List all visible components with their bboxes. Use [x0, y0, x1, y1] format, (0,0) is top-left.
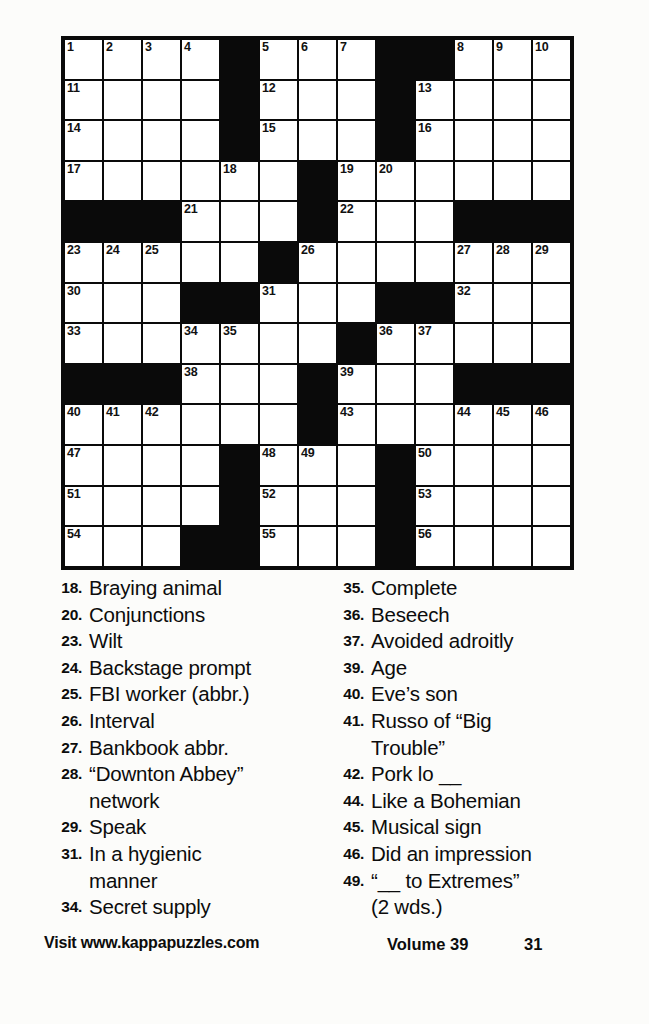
grid-cell[interactable]: 20: [376, 161, 415, 202]
clue-text: Conjunctions: [89, 602, 326, 629]
cell-number: 20: [379, 162, 392, 176]
cell-number: 21: [184, 202, 197, 216]
grid-cell[interactable]: [337, 283, 376, 324]
grid-cell[interactable]: [337, 526, 376, 567]
cell-number: 25: [145, 243, 158, 257]
grid-cell[interactable]: [298, 486, 337, 527]
grid-cell[interactable]: 35: [220, 323, 259, 364]
clue-text: FBI worker (abbr.): [89, 681, 326, 708]
grid-cell-black: [142, 364, 181, 405]
clue-item: 40.Eve’s son: [330, 681, 632, 708]
grid-cell[interactable]: [142, 283, 181, 324]
grid-cell[interactable]: [337, 80, 376, 121]
grid-cell-black: [376, 486, 415, 527]
grid-cell-black: [220, 486, 259, 527]
cell-number: 52: [262, 487, 275, 501]
grid-cell[interactable]: [181, 404, 220, 445]
grid-cell[interactable]: [337, 486, 376, 527]
clue-item: 49.“__ to Extremes” (2 wds.): [330, 868, 632, 921]
grid-cell[interactable]: 13: [415, 80, 454, 121]
grid-cell[interactable]: 2: [103, 39, 142, 80]
grid-cell[interactable]: 49: [298, 445, 337, 486]
grid-cell[interactable]: 50: [415, 445, 454, 486]
clue-number: 39.: [330, 655, 371, 682]
clue-text: Did an impression: [371, 841, 632, 868]
cell-number: 39: [340, 365, 353, 379]
clue-item: 31.In a hygienic manner: [48, 841, 326, 894]
grid-cell-black: [415, 283, 454, 324]
grid-cell[interactable]: [532, 486, 571, 527]
grid-cell[interactable]: 29: [532, 242, 571, 283]
grid-cell[interactable]: 56: [415, 526, 454, 567]
grid-cell[interactable]: [103, 445, 142, 486]
grid-cell[interactable]: 9: [493, 39, 532, 80]
grid-cell[interactable]: [181, 161, 220, 202]
clue-text: Musical sign: [371, 814, 632, 841]
grid-cell[interactable]: [298, 120, 337, 161]
grid-cell[interactable]: 5: [259, 39, 298, 80]
clue-item: 26.Interval: [48, 708, 326, 735]
clue-item: 27.Bankbook abbr.: [48, 735, 326, 762]
grid-cell[interactable]: [181, 486, 220, 527]
grid-cell[interactable]: [337, 120, 376, 161]
grid-cell[interactable]: 3: [142, 39, 181, 80]
grid-cell[interactable]: 4: [181, 39, 220, 80]
grid-cell[interactable]: 31: [259, 283, 298, 324]
grid-cell[interactable]: 22: [337, 201, 376, 242]
grid-cell[interactable]: [220, 364, 259, 405]
clue-item: 41.Russo of “Big Trouble”: [330, 708, 632, 761]
grid-cell[interactable]: [298, 323, 337, 364]
grid-cell-black: [220, 120, 259, 161]
clue-number: 34.: [48, 894, 89, 921]
clue-text: Interval: [89, 708, 326, 735]
cell-number: 40: [67, 405, 80, 419]
clue-number: 40.: [330, 681, 371, 708]
grid-cell[interactable]: 12: [259, 80, 298, 121]
grid-cell[interactable]: [103, 283, 142, 324]
grid-cell[interactable]: [181, 80, 220, 121]
cell-number: 51: [67, 487, 80, 501]
clue-item: 36.Beseech: [330, 602, 632, 629]
clue-item: 24.Backstage prompt: [48, 655, 326, 682]
grid-cell[interactable]: [220, 201, 259, 242]
grid-cell[interactable]: [454, 526, 493, 567]
grid-cell[interactable]: [454, 120, 493, 161]
cell-number: 24: [106, 243, 119, 257]
grid-cell[interactable]: [298, 80, 337, 121]
cell-number: 43: [340, 405, 353, 419]
grid-cell[interactable]: 15: [259, 120, 298, 161]
grid-cell[interactable]: [376, 364, 415, 405]
cell-number: 56: [418, 527, 431, 541]
grid-cell-black: [142, 201, 181, 242]
grid-cell[interactable]: [415, 404, 454, 445]
grid-cell-black: [220, 283, 259, 324]
grid-cell[interactable]: [415, 161, 454, 202]
grid-cell[interactable]: [454, 445, 493, 486]
grid-cell-black: [103, 364, 142, 405]
grid-cell[interactable]: [454, 161, 493, 202]
grid-cell[interactable]: [493, 80, 532, 121]
clue-text: Wilt: [89, 628, 326, 655]
grid-cell[interactable]: 14: [64, 120, 103, 161]
cell-number: 46: [535, 405, 548, 419]
grid-cell[interactable]: 45: [493, 404, 532, 445]
grid-cell-black: [376, 283, 415, 324]
grid-cell[interactable]: [532, 526, 571, 567]
footer-volume: Volume 39: [387, 935, 468, 954]
grid-cell-black: [259, 242, 298, 283]
grid-cell[interactable]: [220, 242, 259, 283]
grid-cell[interactable]: [493, 323, 532, 364]
cell-number: 14: [67, 121, 80, 135]
clue-text: Avoided adroitly: [371, 628, 632, 655]
grid-cell[interactable]: [142, 445, 181, 486]
clue-text: Bankbook abbr.: [89, 735, 326, 762]
grid-cell[interactable]: [532, 283, 571, 324]
grid-cell[interactable]: 34: [181, 323, 220, 364]
cell-number: 30: [67, 284, 80, 298]
grid-cell[interactable]: 21: [181, 201, 220, 242]
grid-cell-black: [298, 364, 337, 405]
clue-text: Secret supply: [89, 894, 326, 921]
clue-item: 45.Musical sign: [330, 814, 632, 841]
grid-cell[interactable]: [103, 526, 142, 567]
cell-number: 23: [67, 243, 80, 257]
cell-number: 38: [184, 365, 197, 379]
grid-cell[interactable]: 43: [337, 404, 376, 445]
grid-cell[interactable]: [142, 486, 181, 527]
clue-number: 44.: [330, 788, 371, 815]
clue-text: Complete: [371, 575, 632, 602]
grid-cell[interactable]: [142, 526, 181, 567]
cell-number: 16: [418, 121, 431, 135]
grid-cell[interactable]: 51: [64, 486, 103, 527]
cell-number: 26: [301, 243, 314, 257]
grid-cell[interactable]: 27: [454, 242, 493, 283]
grid-cell[interactable]: [454, 486, 493, 527]
grid-cell[interactable]: [142, 120, 181, 161]
grid-cell[interactable]: [103, 120, 142, 161]
grid-cell[interactable]: 36: [376, 323, 415, 364]
grid-cell[interactable]: [532, 161, 571, 202]
grid-cell[interactable]: 17: [64, 161, 103, 202]
grid-cell-black: [298, 201, 337, 242]
grid-cell[interactable]: [298, 283, 337, 324]
clue-text: Eve’s son: [371, 681, 632, 708]
cell-number: 54: [67, 527, 80, 541]
grid-cell[interactable]: 41: [103, 404, 142, 445]
grid-cell[interactable]: 11: [64, 80, 103, 121]
grid-cell[interactable]: [181, 242, 220, 283]
cell-number: 1: [67, 40, 74, 54]
grid-cell[interactable]: 40: [64, 404, 103, 445]
grid-cell[interactable]: 52: [259, 486, 298, 527]
clue-item: 35.Complete: [330, 575, 632, 602]
grid-cell[interactable]: [259, 201, 298, 242]
grid-cell[interactable]: [103, 161, 142, 202]
grid-cell[interactable]: [181, 120, 220, 161]
grid-cell-black: [532, 201, 571, 242]
grid-cell[interactable]: 48: [259, 445, 298, 486]
cell-number: 9: [496, 40, 503, 54]
clue-item: 28.“Downton Abbey” network: [48, 761, 326, 814]
cell-number: 28: [496, 243, 509, 257]
grid-cell[interactable]: 55: [259, 526, 298, 567]
clue-text: In a hygienic manner: [89, 841, 326, 894]
clue-number: 29.: [48, 814, 89, 841]
grid-cell-black: [376, 445, 415, 486]
clue-number: 20.: [48, 602, 89, 629]
cell-number: 7: [340, 40, 347, 54]
cell-number: 45: [496, 405, 509, 419]
grid-cell-black: [376, 526, 415, 567]
clue-text: Backstage prompt: [89, 655, 326, 682]
grid-cell[interactable]: [532, 323, 571, 364]
grid-cell[interactable]: [103, 80, 142, 121]
grid-cell[interactable]: [493, 526, 532, 567]
cell-number: 35: [223, 324, 236, 338]
grid-cell[interactable]: 25: [142, 242, 181, 283]
cell-number: 36: [379, 324, 392, 338]
clue-number: 41.: [330, 708, 371, 761]
clue-item: 42.Pork lo __: [330, 761, 632, 788]
grid-cell[interactable]: 26: [298, 242, 337, 283]
grid-cell-black: [454, 364, 493, 405]
clue-number: 42.: [330, 761, 371, 788]
grid-cell[interactable]: [376, 242, 415, 283]
grid-cell[interactable]: [259, 323, 298, 364]
crossword-grid: 1234567891011121314151617181920212223242…: [61, 36, 574, 570]
cell-number: 31: [262, 284, 275, 298]
grid-cell[interactable]: [454, 323, 493, 364]
grid-cell[interactable]: [259, 364, 298, 405]
clue-text: Speak: [89, 814, 326, 841]
grid-cell[interactable]: 1: [64, 39, 103, 80]
grid-cell[interactable]: 30: [64, 283, 103, 324]
grid-cell-black: [64, 201, 103, 242]
grid-cell[interactable]: [493, 445, 532, 486]
grid-cell-black: [103, 201, 142, 242]
grid-cell[interactable]: 54: [64, 526, 103, 567]
cell-number: 53: [418, 487, 431, 501]
footer-website: Visit www.kappapuzzles.com: [44, 934, 259, 952]
grid-cell[interactable]: [454, 80, 493, 121]
clue-item: 37.Avoided adroitly: [330, 628, 632, 655]
cell-number: 42: [145, 405, 158, 419]
clue-item: 46.Did an impression: [330, 841, 632, 868]
clue-number: 31.: [48, 841, 89, 894]
cell-number: 10: [535, 40, 548, 54]
grid-cell[interactable]: 42: [142, 404, 181, 445]
clue-text: Age: [371, 655, 632, 682]
grid-cell-black: [415, 39, 454, 80]
grid-cell[interactable]: [532, 445, 571, 486]
grid-cell[interactable]: 39: [337, 364, 376, 405]
grid-cell[interactable]: [259, 404, 298, 445]
clue-number: 45.: [330, 814, 371, 841]
grid-cell[interactable]: [415, 364, 454, 405]
clue-item: 23.Wilt: [48, 628, 326, 655]
grid-cell[interactable]: [103, 323, 142, 364]
clue-text: Pork lo __: [371, 761, 632, 788]
grid-cell[interactable]: [337, 242, 376, 283]
clue-number: 27.: [48, 735, 89, 762]
cell-number: 15: [262, 121, 275, 135]
grid-cell-black: [376, 80, 415, 121]
grid-cell[interactable]: [259, 161, 298, 202]
cell-number: 34: [184, 324, 197, 338]
grid-cell[interactable]: [532, 80, 571, 121]
cell-number: 44: [457, 405, 470, 419]
clue-item: 29.Speak: [48, 814, 326, 841]
grid-cell[interactable]: [493, 120, 532, 161]
grid-cell-black: [181, 526, 220, 567]
cell-number: 37: [418, 324, 431, 338]
clue-item: 39.Age: [330, 655, 632, 682]
clues-column-right: 35.Complete36.Beseech37.Avoided adroitly…: [330, 575, 632, 921]
cell-number: 19: [340, 162, 353, 176]
clue-item: 44.Like a Bohemian: [330, 788, 632, 815]
grid-cell[interactable]: 18: [220, 161, 259, 202]
grid-cell[interactable]: [142, 323, 181, 364]
grid-cell-black: [493, 201, 532, 242]
clue-number: 18.: [48, 575, 89, 602]
clue-text: Russo of “Big Trouble”: [371, 708, 632, 761]
grid-cell-black: [454, 201, 493, 242]
grid-cell[interactable]: 47: [64, 445, 103, 486]
cell-number: 18: [223, 162, 236, 176]
grid-cell[interactable]: 7: [337, 39, 376, 80]
clue-number: 46.: [330, 841, 371, 868]
grid-cell[interactable]: 6: [298, 39, 337, 80]
cell-number: 48: [262, 446, 275, 460]
cell-number: 22: [340, 202, 353, 216]
cell-number: 55: [262, 527, 275, 541]
cell-number: 11: [67, 81, 80, 95]
grid-cell[interactable]: [376, 201, 415, 242]
clue-number: 37.: [330, 628, 371, 655]
grid-cell-black: [337, 323, 376, 364]
cell-number: 17: [67, 162, 80, 176]
grid-cell-black: [220, 80, 259, 121]
grid-cell[interactable]: 23: [64, 242, 103, 283]
cell-number: 8: [457, 40, 464, 54]
grid-cell-black: [181, 283, 220, 324]
grid-cell[interactable]: 46: [532, 404, 571, 445]
grid-cell[interactable]: [493, 283, 532, 324]
grid-cell[interactable]: [493, 486, 532, 527]
cell-number: 41: [106, 405, 119, 419]
clue-number: 36.: [330, 602, 371, 629]
grid-cell[interactable]: [337, 445, 376, 486]
grid-cell[interactable]: [415, 242, 454, 283]
cell-number: 49: [301, 446, 314, 460]
clue-number: 24.: [48, 655, 89, 682]
clue-text: “Downton Abbey” network: [89, 761, 326, 814]
clue-number: 49.: [330, 868, 371, 921]
grid-cell[interactable]: [298, 526, 337, 567]
grid-cell-black: [298, 404, 337, 445]
cell-number: 47: [67, 446, 80, 460]
cell-number: 4: [184, 40, 191, 54]
clue-number: 26.: [48, 708, 89, 735]
grid-cell[interactable]: 32: [454, 283, 493, 324]
clue-text: Like a Bohemian: [371, 788, 632, 815]
grid-cell[interactable]: [142, 80, 181, 121]
grid-cell[interactable]: [532, 120, 571, 161]
grid-cell-black: [220, 39, 259, 80]
cell-number: 33: [67, 324, 80, 338]
grid-cell-black: [220, 526, 259, 567]
grid-cell[interactable]: 37: [415, 323, 454, 364]
grid-cell[interactable]: [376, 404, 415, 445]
grid-cell[interactable]: 53: [415, 486, 454, 527]
grid-cell[interactable]: [493, 161, 532, 202]
clue-text: “__ to Extremes” (2 wds.): [371, 868, 632, 921]
grid-cell[interactable]: 38: [181, 364, 220, 405]
grid-cell-black: [376, 39, 415, 80]
cell-number: 5: [262, 40, 269, 54]
grid-cell[interactable]: 8: [454, 39, 493, 80]
grid-cell[interactable]: 10: [532, 39, 571, 80]
grid-cell-black: [298, 161, 337, 202]
cell-number: 2: [106, 40, 113, 54]
clues-column-left: 18.Braying animal20.Conjunctions23.Wilt2…: [48, 575, 326, 921]
grid-cell-black: [376, 120, 415, 161]
grid-cell-black: [532, 364, 571, 405]
cell-number: 12: [262, 81, 275, 95]
clue-item: 18.Braying animal: [48, 575, 326, 602]
puzzle-page: 1234567891011121314151617181920212223242…: [0, 0, 649, 1024]
footer-page-number: 31: [524, 935, 542, 954]
grid-cell-black: [64, 364, 103, 405]
clue-number: 28.: [48, 761, 89, 814]
grid-cell-black: [220, 445, 259, 486]
grid-cell[interactable]: [142, 161, 181, 202]
clue-text: Beseech: [371, 602, 632, 629]
clue-number: 23.: [48, 628, 89, 655]
clue-number: 25.: [48, 681, 89, 708]
clue-item: 20.Conjunctions: [48, 602, 326, 629]
cell-number: 13: [418, 81, 431, 95]
grid-cell[interactable]: 33: [64, 323, 103, 364]
cell-number: 32: [457, 284, 470, 298]
clue-text: Braying animal: [89, 575, 326, 602]
grid-cell[interactable]: 19: [337, 161, 376, 202]
grid-cell[interactable]: 24: [103, 242, 142, 283]
grid-cell[interactable]: [415, 201, 454, 242]
grid-cell[interactable]: 28: [493, 242, 532, 283]
cell-number: 6: [301, 40, 308, 54]
grid-cell-black: [493, 364, 532, 405]
clue-item: 25.FBI worker (abbr.): [48, 681, 326, 708]
grid-cell[interactable]: [103, 486, 142, 527]
cell-number: 29: [535, 243, 548, 257]
grid-cell[interactable]: [220, 404, 259, 445]
grid-cell[interactable]: 44: [454, 404, 493, 445]
cell-number: 27: [457, 243, 470, 257]
cell-number: 3: [145, 40, 152, 54]
clue-item: 34.Secret supply: [48, 894, 326, 921]
cell-number: 50: [418, 446, 431, 460]
grid-cell[interactable]: 16: [415, 120, 454, 161]
grid-cell[interactable]: [181, 445, 220, 486]
clue-number: 35.: [330, 575, 371, 602]
